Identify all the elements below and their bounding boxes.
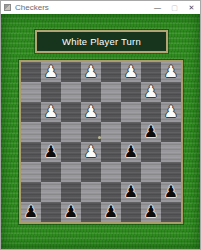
board-square[interactable] [21,82,41,102]
checkers-app-icon [4,4,11,11]
board-square[interactable] [121,202,141,222]
board-square[interactable]: ♟ [141,202,161,222]
board-square[interactable] [81,182,101,202]
checkers-board: ♟♟♟♟♟♟♟♟♟♟♟♟♟♟♟♟♟♟ [19,60,183,224]
board-square[interactable] [21,142,41,162]
board-square[interactable]: ♟ [121,142,141,162]
board-square[interactable] [101,122,121,142]
board-square[interactable] [101,162,121,182]
board-square[interactable] [141,102,161,122]
board-square[interactable] [141,162,161,182]
board-square[interactable]: ♟ [161,102,181,122]
board-square[interactable] [41,182,61,202]
board-square[interactable] [81,162,101,182]
checker-piece-black[interactable]: ♟ [161,182,181,202]
board-square[interactable] [121,122,141,142]
board-square[interactable] [41,122,61,142]
checker-piece-white[interactable]: ♟ [81,102,101,122]
close-button[interactable]: ✕ [183,1,200,14]
board-square[interactable] [81,82,101,102]
checker-piece-white[interactable]: ♟ [161,102,181,122]
titlebar: Checkers — ▢ ✕ [1,1,200,14]
board-square[interactable] [21,102,41,122]
board-square[interactable] [121,162,141,182]
checker-piece-black[interactable]: ♟ [61,202,81,222]
cursor-speck [98,136,101,139]
board-square[interactable] [61,122,81,142]
board-square[interactable] [121,82,141,102]
board-square[interactable] [81,122,101,142]
board-square[interactable] [101,82,121,102]
board-square[interactable]: ♟ [41,102,61,122]
board-square[interactable] [161,202,181,222]
board-square[interactable]: ♟ [81,62,101,82]
board-square[interactable]: ♟ [141,122,161,142]
board-square[interactable] [41,82,61,102]
board-square[interactable] [101,62,121,82]
board-square[interactable]: ♟ [161,182,181,202]
board-square[interactable] [21,122,41,142]
board-square[interactable] [21,162,41,182]
window-controls: — ▢ ✕ [149,1,200,14]
board-square[interactable] [61,82,81,102]
minimize-button[interactable]: — [149,1,166,14]
checkers-window: Checkers — ▢ ✕ White Player Turn ♟♟♟♟♟♟♟… [0,0,201,250]
board-square[interactable] [21,182,41,202]
board-square[interactable]: ♟ [41,142,61,162]
board-square[interactable]: ♟ [141,82,161,102]
board-square[interactable]: ♟ [41,62,61,82]
maximize-button[interactable]: ▢ [166,1,183,14]
board-square[interactable] [141,62,161,82]
board-square[interactable] [61,102,81,122]
board-square[interactable] [61,142,81,162]
board-square[interactable] [81,202,101,222]
checker-piece-white[interactable]: ♟ [161,62,181,82]
checker-piece-white[interactable]: ♟ [41,62,61,82]
turn-banner-text: White Player Turn [62,36,141,47]
board-square[interactable]: ♟ [81,102,101,122]
checker-piece-white[interactable]: ♟ [141,82,161,102]
board-square[interactable]: ♟ [81,142,101,162]
checker-piece-white[interactable]: ♟ [41,102,61,122]
board-square[interactable] [121,102,141,122]
board-square[interactable]: ♟ [21,202,41,222]
board-square[interactable] [141,182,161,202]
checker-piece-black[interactable]: ♟ [121,182,141,202]
board-square[interactable] [161,122,181,142]
checker-piece-black[interactable]: ♟ [41,142,61,162]
turn-banner: White Player Turn [35,30,168,53]
board-square[interactable] [161,142,181,162]
board-square[interactable] [61,62,81,82]
board-square[interactable] [61,162,81,182]
board-square[interactable] [101,142,121,162]
board-square[interactable] [21,62,41,82]
board-square[interactable] [141,142,161,162]
board-square[interactable]: ♟ [121,62,141,82]
checker-piece-white[interactable]: ♟ [121,62,141,82]
checker-piece-black[interactable]: ♟ [121,142,141,162]
board-square[interactable] [101,182,121,202]
checker-piece-black[interactable]: ♟ [101,202,121,222]
checker-piece-white[interactable]: ♟ [81,62,101,82]
checker-piece-black[interactable]: ♟ [141,202,161,222]
board-square[interactable]: ♟ [61,202,81,222]
board-square[interactable] [101,102,121,122]
board-square[interactable]: ♟ [121,182,141,202]
board-square[interactable] [61,182,81,202]
board-square[interactable] [161,162,181,182]
board-square[interactable]: ♟ [161,62,181,82]
checker-piece-black[interactable]: ♟ [21,202,41,222]
board-square[interactable] [41,202,61,222]
checker-piece-white[interactable]: ♟ [81,142,101,162]
checker-piece-black[interactable]: ♟ [141,122,161,142]
window-title: Checkers [15,1,149,14]
board-square[interactable]: ♟ [101,202,121,222]
board-square[interactable] [161,82,181,102]
board-square[interactable] [41,162,61,182]
